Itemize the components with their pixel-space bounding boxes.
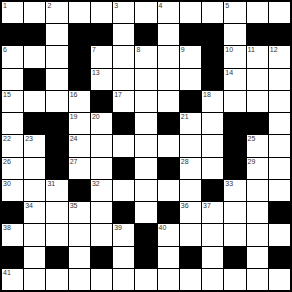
clue-number-8: 8 (136, 46, 140, 54)
black-cell-r5c5 (113, 113, 134, 134)
cell-r12c3[interactable] (69, 269, 90, 290)
clue-number-20: 20 (92, 113, 100, 121)
cell-r3c8[interactable] (180, 69, 201, 90)
cell-r8c6[interactable] (135, 180, 156, 201)
black-cell-r11c8 (180, 247, 201, 268)
cell-r6c3[interactable]: 24 (69, 135, 90, 156)
cell-r6c7[interactable] (158, 135, 179, 156)
black-cell-r5c11 (247, 113, 268, 134)
cell-r5c3[interactable]: 19 (69, 113, 90, 134)
cell-r10c12[interactable] (269, 224, 290, 245)
cell-r8c1[interactable] (24, 180, 45, 201)
black-cell-r11c6 (135, 247, 156, 268)
black-cell-r9c12 (269, 202, 290, 223)
black-cell-r3c9 (202, 69, 223, 90)
black-cell-r1c12 (269, 24, 290, 45)
black-cell-r11c12 (269, 247, 290, 268)
clue-number-12: 12 (270, 46, 278, 54)
cell-r2c6[interactable]: 8 (135, 46, 156, 67)
cell-r0c9[interactable] (202, 2, 223, 23)
clue-number-11: 11 (248, 46, 255, 54)
cell-r5c4[interactable]: 20 (91, 113, 112, 134)
cell-r2c2[interactable] (46, 46, 67, 67)
cell-r4c1[interactable] (24, 91, 45, 112)
cell-r12c5[interactable] (113, 269, 134, 290)
cell-r7c8[interactable]: 28 (180, 158, 201, 179)
clue-number-9: 9 (181, 46, 185, 54)
black-cell-r1c8 (180, 24, 201, 45)
cell-r0c1[interactable] (24, 2, 45, 23)
clue-number-25: 25 (248, 135, 256, 143)
black-cell-r7c10 (224, 158, 245, 179)
cell-r6c4[interactable] (91, 135, 112, 156)
cell-r6c12[interactable] (269, 135, 290, 156)
black-cell-r4c4 (91, 91, 112, 112)
cell-r3c5[interactable] (113, 69, 134, 90)
cell-r4c2[interactable] (46, 91, 67, 112)
cell-r2c5[interactable] (113, 46, 134, 67)
cell-r6c6[interactable] (135, 135, 156, 156)
cell-r0c2[interactable]: 2 (46, 2, 67, 23)
clue-number-33: 33 (225, 180, 233, 188)
black-cell-r5c7 (158, 113, 179, 134)
black-cell-r4c8 (180, 91, 201, 112)
clue-number-28: 28 (181, 158, 189, 166)
cell-r6c11[interactable]: 25 (247, 135, 268, 156)
black-cell-r6c10 (224, 135, 245, 156)
cell-r1c7[interactable] (158, 24, 179, 45)
cell-r3c10[interactable]: 14 (224, 69, 245, 90)
black-cell-r1c0 (2, 24, 23, 45)
cell-r4c6[interactable] (135, 91, 156, 112)
cell-r4c3[interactable]: 16 (69, 91, 90, 112)
cell-r8c7[interactable] (158, 180, 179, 201)
cell-r7c0[interactable]: 26 (2, 158, 23, 179)
black-cell-r1c9 (202, 24, 223, 45)
cell-r5c12[interactable] (269, 113, 290, 134)
clue-number-36: 36 (181, 202, 189, 210)
clue-number-7: 7 (92, 46, 96, 54)
cell-r10c4[interactable] (91, 224, 112, 245)
clue-number-32: 32 (92, 180, 100, 188)
cell-r11c1[interactable] (24, 247, 45, 268)
cell-r11c5[interactable] (113, 247, 134, 268)
cell-r9c1[interactable]: 34 (24, 202, 45, 223)
cell-r12c4[interactable] (91, 269, 112, 290)
black-cell-r10c6 (135, 224, 156, 245)
clue-number-37: 37 (203, 202, 211, 210)
black-cell-r8c9 (202, 180, 223, 201)
cell-r12c2[interactable] (46, 269, 67, 290)
black-cell-r11c4 (91, 247, 112, 268)
cell-r12c1[interactable] (24, 269, 45, 290)
cell-r10c8[interactable] (180, 224, 201, 245)
clue-number-41: 41 (3, 269, 11, 277)
cell-r12c10[interactable] (224, 269, 245, 290)
cell-r2c1[interactable] (24, 46, 45, 67)
black-cell-r1c1 (24, 24, 45, 45)
clue-number-3: 3 (114, 2, 118, 10)
cell-r0c5[interactable]: 3 (113, 2, 134, 23)
cell-r5c0[interactable] (2, 113, 23, 134)
cell-r8c11[interactable] (247, 180, 268, 201)
cell-r7c3[interactable]: 27 (69, 158, 90, 179)
black-cell-r1c4 (91, 24, 112, 45)
cell-r12c8[interactable] (180, 269, 201, 290)
cell-r0c11[interactable] (247, 2, 268, 23)
cell-r3c7[interactable] (158, 69, 179, 90)
cell-r4c10[interactable] (224, 91, 245, 112)
black-cell-r3c3 (69, 69, 90, 90)
cell-r10c10[interactable] (224, 224, 245, 245)
cell-r4c9[interactable]: 18 (202, 91, 223, 112)
cell-r6c8[interactable] (180, 135, 201, 156)
cell-r0c3[interactable] (69, 2, 90, 23)
cell-r7c6[interactable] (135, 158, 156, 179)
clue-number-10: 10 (225, 46, 233, 54)
cell-r7c9[interactable] (202, 158, 223, 179)
clue-number-14: 14 (225, 69, 233, 77)
cell-r8c12[interactable] (269, 180, 290, 201)
black-cell-r1c3 (69, 24, 90, 45)
black-cell-r3c1 (24, 69, 45, 90)
black-cell-r1c11 (247, 24, 268, 45)
black-cell-r5c2 (46, 113, 67, 134)
clue-number-22: 22 (3, 135, 11, 143)
cell-r10c1[interactable] (24, 224, 45, 245)
cell-r9c11[interactable] (247, 202, 268, 223)
clue-number-30: 30 (3, 180, 11, 188)
cell-r2c11[interactable]: 11 (247, 46, 268, 67)
cell-r12c6[interactable] (135, 269, 156, 290)
cell-r11c7[interactable] (158, 247, 179, 268)
cell-r5c6[interactable] (135, 113, 156, 134)
cell-r2c8[interactable]: 9 (180, 46, 201, 67)
cell-r9c9[interactable]: 37 (202, 202, 223, 223)
cell-r3c2[interactable] (46, 69, 67, 90)
black-cell-r5c10 (224, 113, 245, 134)
cell-r0c8[interactable] (180, 2, 201, 23)
black-cell-r7c2 (46, 158, 67, 179)
black-cell-r9c0 (2, 202, 23, 223)
cell-r10c7[interactable]: 40 (158, 224, 179, 245)
cell-r7c1[interactable] (24, 158, 45, 179)
clue-number-27: 27 (70, 158, 78, 166)
clue-number-24: 24 (70, 135, 78, 143)
cell-r2c7[interactable] (158, 46, 179, 67)
cell-r0c12[interactable] (269, 2, 290, 23)
clue-number-15: 15 (3, 91, 11, 99)
cell-r9c4[interactable] (91, 202, 112, 223)
cell-r12c9[interactable] (202, 269, 223, 290)
clue-number-31: 31 (47, 180, 55, 188)
cell-r3c6[interactable] (135, 69, 156, 90)
cell-r5c9[interactable] (202, 113, 223, 134)
cell-r11c3[interactable] (69, 247, 90, 268)
cell-r9c8[interactable]: 36 (180, 202, 201, 223)
crossword-board: 1234567891011121314151617181920212223242… (0, 0, 292, 292)
black-cell-r6c2 (46, 135, 67, 156)
black-cell-r8c3 (69, 180, 90, 201)
cell-r10c3[interactable] (69, 224, 90, 245)
clue-number-18: 18 (203, 91, 211, 99)
cell-r1c10[interactable] (224, 24, 245, 45)
cell-r2c12[interactable]: 12 (269, 46, 290, 67)
cell-r10c11[interactable] (247, 224, 268, 245)
cell-r8c10[interactable]: 33 (224, 180, 245, 201)
cell-r2c0[interactable]: 6 (2, 46, 23, 67)
clue-number-4: 4 (159, 2, 163, 10)
cell-r3c12[interactable] (269, 69, 290, 90)
cell-r5c8[interactable]: 21 (180, 113, 201, 134)
cell-r8c0[interactable]: 30 (2, 180, 23, 201)
clue-number-29: 29 (248, 158, 256, 166)
cell-r12c12[interactable] (269, 269, 290, 290)
clue-number-16: 16 (70, 91, 78, 99)
cell-r10c2[interactable] (46, 224, 67, 245)
cell-r12c0[interactable]: 41 (2, 269, 23, 290)
cell-r10c0[interactable]: 38 (2, 224, 23, 245)
cell-r8c2[interactable]: 31 (46, 180, 67, 201)
cell-r9c6[interactable] (135, 202, 156, 223)
cell-r10c5[interactable]: 39 (113, 224, 134, 245)
black-cell-r5c1 (24, 113, 45, 134)
cell-r6c0[interactable]: 22 (2, 135, 23, 156)
clue-number-5: 5 (225, 2, 229, 10)
cell-r0c6[interactable] (135, 2, 156, 23)
black-cell-r11c10 (224, 247, 245, 268)
cell-r12c7[interactable] (158, 269, 179, 290)
clue-number-40: 40 (159, 224, 167, 232)
clue-number-19: 19 (70, 113, 78, 121)
cell-r7c4[interactable] (91, 158, 112, 179)
cell-r4c0[interactable]: 15 (2, 91, 23, 112)
cell-r0c10[interactable]: 5 (224, 2, 245, 23)
clue-number-1: 1 (3, 2, 7, 10)
black-cell-r7c5 (113, 158, 134, 179)
cell-r4c11[interactable] (247, 91, 268, 112)
black-cell-r2c3 (69, 46, 90, 67)
cell-r4c12[interactable] (269, 91, 290, 112)
black-cell-r1c6 (135, 24, 156, 45)
clue-number-6: 6 (3, 46, 7, 54)
clue-number-13: 13 (92, 69, 100, 77)
cell-r9c10[interactable] (224, 202, 245, 223)
cell-r11c11[interactable] (247, 247, 268, 268)
cell-r12c11[interactable] (247, 269, 268, 290)
cell-r10c9[interactable] (202, 224, 223, 245)
black-cell-r11c0 (2, 247, 23, 268)
cell-r9c3[interactable]: 35 (69, 202, 90, 223)
cell-r1c5[interactable] (113, 24, 134, 45)
cell-r3c0[interactable] (2, 69, 23, 90)
cell-r6c5[interactable] (113, 135, 134, 156)
cell-r11c9[interactable] (202, 247, 223, 268)
clue-number-38: 38 (3, 224, 11, 232)
clue-number-35: 35 (70, 202, 78, 210)
black-cell-r9c5 (113, 202, 134, 223)
clue-number-26: 26 (3, 158, 11, 166)
black-cell-r11c2 (46, 247, 67, 268)
cell-r8c8[interactable] (180, 180, 201, 201)
cell-r0c7[interactable]: 4 (158, 2, 179, 23)
clue-number-23: 23 (25, 135, 33, 143)
cell-r8c5[interactable] (113, 180, 134, 201)
black-cell-r7c7 (158, 158, 179, 179)
cell-r7c11[interactable]: 29 (247, 158, 268, 179)
cell-r1c2[interactable] (46, 24, 67, 45)
cell-r2c4[interactable]: 7 (91, 46, 112, 67)
black-cell-r9c7 (158, 202, 179, 223)
clue-number-34: 34 (25, 202, 33, 210)
cell-r4c5[interactable]: 17 (113, 91, 134, 112)
cell-r3c4[interactable]: 13 (91, 69, 112, 90)
cell-r7c12[interactable] (269, 158, 290, 179)
cell-r6c1[interactable]: 23 (24, 135, 45, 156)
clue-number-17: 17 (114, 91, 122, 99)
cell-r3c11[interactable] (247, 69, 268, 90)
cell-r2c10[interactable]: 10 (224, 46, 245, 67)
cell-r0c0[interactable]: 1 (2, 2, 23, 23)
cell-r8c4[interactable]: 32 (91, 180, 112, 201)
cell-r6c9[interactable] (202, 135, 223, 156)
cell-r4c7[interactable] (158, 91, 179, 112)
clue-number-39: 39 (114, 224, 122, 232)
clue-number-21: 21 (181, 113, 189, 121)
cell-r9c2[interactable] (46, 202, 67, 223)
clue-number-2: 2 (47, 2, 51, 10)
black-cell-r2c9 (202, 46, 223, 67)
cell-r0c4[interactable] (91, 2, 112, 23)
